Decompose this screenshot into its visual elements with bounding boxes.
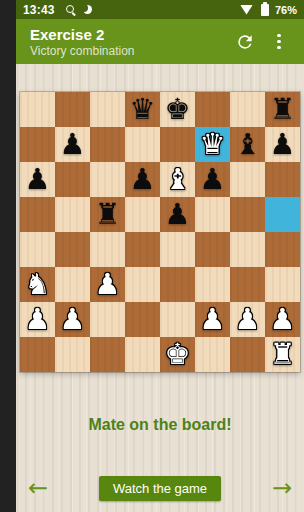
square-f5[interactable] — [195, 197, 230, 232]
app-window: 13:43 76% Exercise 2 Victory combination… — [16, 0, 304, 512]
white-bishop-e6: ♝ — [165, 162, 191, 197]
square-h2[interactable]: ♟ — [265, 302, 300, 337]
square-b1[interactable] — [55, 337, 90, 372]
square-c2[interactable] — [90, 302, 125, 337]
white-king-e1: ♚ — [165, 337, 191, 372]
app-bar: Exercise 2 Victory combination — [16, 19, 304, 64]
black-pawn-h7: ♟ — [270, 127, 296, 162]
bottom-navigation: ← Watch the game → — [16, 472, 304, 504]
square-g6[interactable] — [230, 162, 265, 197]
square-h7[interactable]: ♟ — [265, 127, 300, 162]
square-g8[interactable] — [230, 92, 265, 127]
square-f6[interactable]: ♟ — [195, 162, 230, 197]
square-b4[interactable] — [55, 232, 90, 267]
square-h8[interactable]: ♜ — [265, 92, 300, 127]
status-bar: 13:43 76% — [16, 0, 304, 19]
square-d6[interactable]: ♟ — [125, 162, 160, 197]
square-e1[interactable]: ♚ — [160, 337, 195, 372]
square-f3[interactable] — [195, 267, 230, 302]
square-d8[interactable]: ♛ — [125, 92, 160, 127]
white-pawn-f2: ♟ — [200, 302, 226, 337]
square-f1[interactable] — [195, 337, 230, 372]
square-a6[interactable]: ♟ — [20, 162, 55, 197]
white-pawn-h2: ♟ — [270, 302, 296, 337]
page-title: Exercise 2 — [30, 26, 228, 43]
square-g5[interactable] — [230, 197, 265, 232]
chess-board: ♛♚♜♟♛♝♟♟♟♝♟♜♟♞♟♟♟♟♟♟♚♜ — [20, 92, 300, 372]
refresh-button[interactable] — [228, 25, 262, 59]
search-icon — [65, 4, 77, 16]
square-f2[interactable]: ♟ — [195, 302, 230, 337]
black-pawn-a6: ♟ — [25, 162, 51, 197]
black-queen-d8: ♛ — [130, 92, 156, 127]
square-d5[interactable] — [125, 197, 160, 232]
square-e3[interactable] — [160, 267, 195, 302]
white-pawn-g2: ♟ — [235, 302, 261, 337]
square-h1[interactable]: ♜ — [265, 337, 300, 372]
black-rook-c5: ♜ — [95, 197, 121, 232]
square-a7[interactable] — [20, 127, 55, 162]
square-f8[interactable] — [195, 92, 230, 127]
square-c1[interactable] — [90, 337, 125, 372]
black-bishop-g7: ♝ — [235, 127, 261, 162]
square-d4[interactable] — [125, 232, 160, 267]
overflow-menu-button[interactable] — [262, 25, 296, 59]
square-b6[interactable] — [55, 162, 90, 197]
watch-the-game-button[interactable]: Watch the game — [99, 476, 221, 501]
black-pawn-b7: ♟ — [60, 127, 86, 162]
square-a8[interactable] — [20, 92, 55, 127]
square-a5[interactable] — [20, 197, 55, 232]
do-not-disturb-moon-icon — [83, 5, 93, 15]
square-f7[interactable]: ♛ — [195, 127, 230, 162]
white-pawn-a2: ♟ — [25, 302, 51, 337]
status-message: Mate on the board! — [16, 416, 304, 434]
white-rook-h1: ♜ — [270, 337, 296, 372]
square-c6[interactable] — [90, 162, 125, 197]
black-rook-h8: ♜ — [270, 92, 296, 127]
square-g3[interactable] — [230, 267, 265, 302]
refresh-icon — [235, 32, 255, 52]
overflow-menu-icon — [277, 34, 281, 50]
square-d1[interactable] — [125, 337, 160, 372]
square-c3[interactable]: ♟ — [90, 267, 125, 302]
square-a2[interactable]: ♟ — [20, 302, 55, 337]
square-h5[interactable] — [265, 197, 300, 232]
previous-exercise-arrow-icon[interactable]: ← — [24, 474, 52, 502]
white-queen-f7: ♛ — [200, 127, 226, 162]
square-a3[interactable]: ♞ — [20, 267, 55, 302]
square-c7[interactable] — [90, 127, 125, 162]
square-a1[interactable] — [20, 337, 55, 372]
square-b3[interactable] — [55, 267, 90, 302]
battery-icon — [261, 4, 269, 16]
square-d2[interactable] — [125, 302, 160, 337]
square-e8[interactable]: ♚ — [160, 92, 195, 127]
square-b7[interactable]: ♟ — [55, 127, 90, 162]
square-g1[interactable] — [230, 337, 265, 372]
square-c5[interactable]: ♜ — [90, 197, 125, 232]
page-subtitle: Victory combination — [30, 44, 228, 58]
next-exercise-arrow-icon[interactable]: → — [268, 474, 296, 502]
square-e4[interactable] — [160, 232, 195, 267]
square-f4[interactable] — [195, 232, 230, 267]
clock-text: 13:43 — [23, 3, 55, 17]
black-pawn-e5: ♟ — [165, 197, 191, 232]
wood-background: ♛♚♜♟♛♝♟♟♟♝♟♜♟♞♟♟♟♟♟♟♚♜ Mate on the board… — [16, 64, 304, 512]
square-e2[interactable] — [160, 302, 195, 337]
black-pawn-d6: ♟ — [130, 162, 156, 197]
white-pawn-c3: ♟ — [95, 267, 121, 302]
square-h4[interactable] — [265, 232, 300, 267]
square-b2[interactable]: ♟ — [55, 302, 90, 337]
square-c4[interactable] — [90, 232, 125, 267]
white-knight-a3: ♞ — [25, 267, 51, 302]
wifi-icon — [240, 5, 253, 15]
square-h3[interactable] — [265, 267, 300, 302]
square-g7[interactable]: ♝ — [230, 127, 265, 162]
black-king-e8: ♚ — [165, 92, 191, 127]
square-d3[interactable] — [125, 267, 160, 302]
square-c8[interactable] — [90, 92, 125, 127]
square-h6[interactable] — [265, 162, 300, 197]
square-e7[interactable] — [160, 127, 195, 162]
square-e6[interactable]: ♝ — [160, 162, 195, 197]
square-g2[interactable]: ♟ — [230, 302, 265, 337]
square-d7[interactable] — [125, 127, 160, 162]
square-e5[interactable]: ♟ — [160, 197, 195, 232]
white-pawn-b2: ♟ — [60, 302, 86, 337]
square-g4[interactable] — [230, 232, 265, 267]
square-a4[interactable] — [20, 232, 55, 267]
black-pawn-f6: ♟ — [200, 162, 226, 197]
square-b8[interactable] — [55, 92, 90, 127]
square-b5[interactable] — [55, 197, 90, 232]
battery-percent: 76% — [275, 4, 297, 16]
